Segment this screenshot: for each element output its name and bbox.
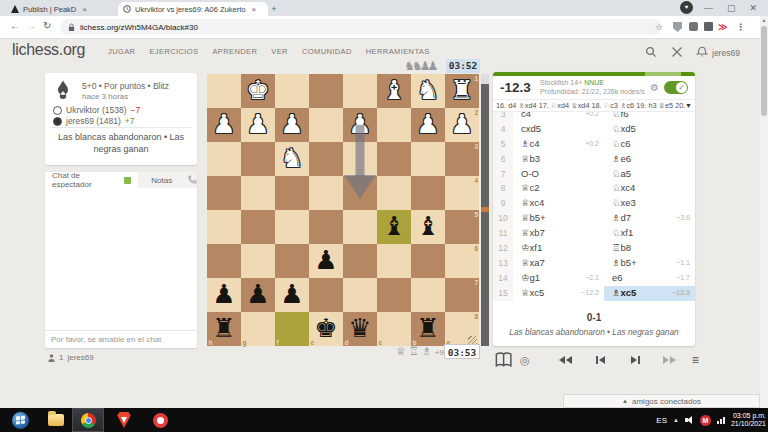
white-pawn-h2: ♟ bbox=[207, 108, 241, 142]
black-queen-d8: ♛ bbox=[343, 312, 377, 346]
window-controls: — ▢ ✕ bbox=[704, 1, 757, 15]
chat-toggle-icon[interactable] bbox=[124, 177, 131, 184]
white-move-10[interactable]: ♕b5+ bbox=[513, 211, 604, 226]
move-number: 9 bbox=[493, 196, 513, 211]
black-move-14[interactable]: e6−1.7 bbox=[604, 271, 695, 286]
close-button[interactable]: ✕ bbox=[750, 3, 758, 13]
network-icon[interactable] bbox=[717, 417, 725, 424]
file-label: g bbox=[243, 339, 247, 346]
move-number: 5 bbox=[493, 137, 513, 152]
friends-bar[interactable]: ▲ amigos conectados bbox=[563, 394, 760, 408]
square-h5[interactable] bbox=[207, 210, 241, 244]
black-bishop-c5: ♝ bbox=[377, 210, 411, 244]
captured-by-white: ♞♞ ♟♟ bbox=[404, 59, 435, 73]
square-d4[interactable] bbox=[343, 176, 377, 210]
square-b8[interactable]: ♜b bbox=[411, 312, 445, 346]
white-move-3[interactable]: c4+0.2 bbox=[513, 112, 604, 122]
peakd-favicon bbox=[11, 5, 19, 13]
square-b5[interactable]: ♝ bbox=[411, 210, 445, 244]
white-knight-b1: ♞ bbox=[411, 74, 445, 108]
scroll-up-icon[interactable]: ▲ bbox=[760, 16, 768, 25]
black-pawn-h7: ♟ bbox=[207, 278, 241, 312]
tab-close-icon[interactable]: × bbox=[251, 5, 256, 14]
move-list: 3c4+0.2♘f64cxd5♘xd55♗c4+0.2♘c66♕b3♗e67O-… bbox=[493, 112, 695, 306]
square-f4[interactable] bbox=[275, 176, 309, 210]
black-move-15[interactable]: ♗xc5−12.3 bbox=[604, 286, 695, 301]
chat-tabs: Chat de espectador Notas bbox=[45, 172, 197, 188]
black-move-13[interactable]: ♗b5+−1.1 bbox=[604, 256, 695, 271]
square-e4[interactable] bbox=[309, 176, 343, 210]
square-e1[interactable] bbox=[309, 74, 343, 108]
tab-close-icon[interactable]: × bbox=[82, 5, 87, 14]
scrollbar[interactable]: ▲ bbox=[760, 16, 768, 408]
move-number: 14 bbox=[493, 271, 513, 286]
nav-item-ejercicios[interactable]: EJERCICIOS bbox=[149, 47, 198, 56]
new-tab-button[interactable]: + bbox=[268, 3, 280, 15]
first-move-button[interactable] bbox=[547, 352, 582, 368]
square-b6[interactable] bbox=[411, 244, 445, 278]
move-number: 13 bbox=[493, 256, 513, 271]
move-row-13: 13♕xa7♗b5+−1.1 bbox=[493, 256, 695, 271]
square-c5[interactable]: ♝ bbox=[377, 210, 411, 244]
square-b2[interactable]: ♟ bbox=[411, 108, 445, 142]
square-d5[interactable] bbox=[343, 210, 377, 244]
square-h8[interactable]: ♜h bbox=[207, 312, 241, 346]
square-e6[interactable]: ♟ bbox=[309, 244, 343, 278]
square-c4[interactable] bbox=[377, 176, 411, 210]
taskbar-explorer-icon[interactable] bbox=[40, 408, 72, 432]
start-button[interactable] bbox=[4, 408, 36, 432]
url-bar[interactable]: lichess.org/zWh5M4GA/black#30 bbox=[60, 19, 661, 35]
square-a5[interactable]: 5 bbox=[445, 210, 479, 244]
hidden-icons-chevron[interactable]: ▲ bbox=[673, 417, 679, 423]
browser-tab-lichess[interactable]: Ukrviktor vs jeres69: A06 Zukerto × bbox=[118, 2, 268, 16]
black-move-10[interactable]: ♗d7−3.6 bbox=[604, 211, 695, 226]
rank-label: 5 bbox=[474, 211, 478, 218]
white-pawn-b2: ♟ bbox=[411, 108, 445, 142]
move-row-6: 6♕b3♗e6 bbox=[493, 152, 695, 167]
nav-item-ver[interactable]: VER bbox=[271, 47, 288, 56]
black-king-e8: ♚ bbox=[309, 312, 343, 346]
black-move-11[interactable]: ♘xf1 bbox=[604, 226, 695, 241]
square-h7[interactable]: ♟ bbox=[207, 278, 241, 312]
square-g6[interactable] bbox=[241, 244, 275, 278]
book-icon[interactable] bbox=[493, 352, 514, 368]
windows-logo-icon bbox=[16, 416, 25, 425]
taskbar-opera-icon[interactable] bbox=[144, 408, 176, 432]
white-move-7[interactable]: O-O bbox=[513, 167, 604, 182]
move-number: 4 bbox=[493, 122, 513, 137]
black-move-9[interactable]: ♘xe3 bbox=[604, 196, 695, 211]
game-date: hace 3 horas bbox=[82, 92, 128, 101]
square-a1[interactable]: ♜1 bbox=[445, 74, 479, 108]
black-player-name: jeres69 (1481) bbox=[66, 116, 121, 126]
move-row-4: 4cxd5♘xd5 bbox=[493, 122, 695, 137]
taskbar-brave-icon[interactable] bbox=[108, 408, 140, 432]
black-disc-icon bbox=[53, 117, 62, 126]
browser-menu-icon[interactable]: ⋮ bbox=[736, 22, 745, 32]
browser-addressbar: ← → ↻ lichess.org/zWh5M4GA/black#30 ☆ ≫ … bbox=[0, 16, 768, 39]
white-disc-icon bbox=[53, 106, 62, 115]
square-g4[interactable] bbox=[241, 176, 275, 210]
square-a2[interactable]: ♟2 bbox=[445, 108, 479, 142]
spectator-list[interactable]: 1 jeres69 bbox=[48, 353, 94, 362]
square-d1[interactable] bbox=[343, 74, 377, 108]
move-row-11: 11♕xb7♘xf1 bbox=[493, 226, 695, 241]
white-bishop-c1: ♝ bbox=[377, 74, 411, 108]
rank-label: 8 bbox=[474, 313, 478, 320]
chat-messages bbox=[45, 188, 197, 330]
square-a3[interactable]: 3 bbox=[445, 142, 479, 176]
black-pawn-f7: ♟ bbox=[275, 278, 309, 312]
black-move-12[interactable]: ♖b8 bbox=[604, 241, 695, 256]
lichess-logo[interactable]: lichess.org bbox=[12, 41, 85, 59]
black-pawn-e6: ♟ bbox=[309, 244, 343, 278]
result-block: 0-1 Las blancas abandonaron • Las negras… bbox=[493, 306, 695, 337]
move-row-15: 15♕xc5−12.2♗xc5−12.3 bbox=[493, 286, 695, 301]
back-icon[interactable]: ← bbox=[10, 20, 20, 31]
square-e8[interactable]: ♚e bbox=[309, 312, 343, 346]
lichess-clock-favicon bbox=[123, 5, 131, 13]
browser-tabstrip: Publish | PeakD × Ukrviktor vs jeres69: … bbox=[0, 0, 768, 16]
white-move-13[interactable]: ♕xa7 bbox=[513, 256, 604, 271]
replay-controls: ◎ ≡ bbox=[493, 352, 705, 368]
lock-icon bbox=[68, 23, 75, 32]
move-row-8: 8♕c2♘xc4 bbox=[493, 181, 695, 196]
chat-input[interactable]: Por favor, sé amable en el chat bbox=[45, 330, 197, 348]
square-h4[interactable] bbox=[207, 176, 241, 210]
chat-placeholder: Por favor, sé amable en el chat bbox=[51, 335, 161, 344]
square-c3[interactable] bbox=[377, 142, 411, 176]
rank-label: 7 bbox=[474, 279, 478, 286]
white-rating-change: −7 bbox=[130, 105, 140, 115]
square-e3[interactable] bbox=[309, 142, 343, 176]
white-move-8[interactable]: ♕c2 bbox=[513, 181, 604, 196]
person-icon bbox=[48, 354, 55, 362]
black-move-7[interactable]: ♘a5 bbox=[604, 167, 695, 182]
engine-name: Stockfish 14+ NNUE bbox=[540, 79, 604, 86]
minimize-button[interactable]: — bbox=[704, 3, 713, 13]
move-row-5: 5♗c4+0.2♘c6 bbox=[493, 137, 695, 152]
eval-gauge bbox=[481, 74, 489, 346]
move-number: 10 bbox=[493, 211, 513, 226]
square-a4[interactable]: 4 bbox=[445, 176, 479, 210]
refresh-icon[interactable]: ↻ bbox=[43, 20, 51, 31]
url-text: lichess.org/zWh5M4GA/black#30 bbox=[80, 23, 198, 32]
move-row-12: 12♔xf1♖b8 bbox=[493, 241, 695, 256]
square-g7[interactable]: ♟ bbox=[241, 278, 275, 312]
tab-notes[interactable]: Notas bbox=[144, 172, 179, 188]
square-f8[interactable]: f bbox=[275, 312, 309, 346]
puzzle-extensions-icon[interactable] bbox=[704, 22, 713, 31]
browser-profile-avatar[interactable]: ♥ bbox=[680, 1, 693, 14]
nav-item-herramientas[interactable]: HERRAMIENTAS bbox=[366, 47, 430, 56]
result-score: 0-1 bbox=[493, 312, 695, 323]
black-move-8[interactable]: ♘xc4 bbox=[604, 181, 695, 196]
divider bbox=[50, 127, 192, 128]
square-a6[interactable]: 6 bbox=[445, 244, 479, 278]
tab-title: Ukrviktor vs jeres69: A06 Zukerto bbox=[135, 5, 245, 14]
forward-icon[interactable]: → bbox=[26, 20, 36, 31]
square-g3[interactable] bbox=[241, 142, 275, 176]
game-status-text: Las blancas abandonaron • Las negras gan… bbox=[50, 132, 192, 155]
black-move-5[interactable]: ♘c6 bbox=[604, 137, 695, 152]
black-pawn-g7: ♟ bbox=[241, 278, 275, 312]
white-move-14[interactable]: ♔g1−2.1 bbox=[513, 271, 604, 286]
black-bishop-b5: ♝ bbox=[411, 210, 445, 244]
bookmark-star-icon[interactable]: ☆ bbox=[655, 22, 663, 32]
tab-title: Publish | PeakD bbox=[23, 5, 76, 14]
move-row-7: 7O-O♘a5 bbox=[493, 167, 695, 182]
square-c8[interactable]: c bbox=[377, 312, 411, 346]
eval-score: -12.3 bbox=[500, 80, 531, 95]
scrollbar-thumb[interactable] bbox=[761, 26, 767, 116]
square-d8[interactable]: ♛d bbox=[343, 312, 377, 346]
white-move-6[interactable]: ♕b3 bbox=[513, 152, 604, 167]
black-rook-h8: ♜ bbox=[207, 312, 241, 346]
clock-date[interactable]: 03:05 p.m.21/10/2021 bbox=[731, 412, 766, 428]
file-label: d bbox=[345, 339, 349, 346]
square-d6[interactable] bbox=[343, 244, 377, 278]
move-number: 12 bbox=[493, 241, 513, 256]
next-move-button[interactable] bbox=[618, 352, 653, 368]
move-row-14: 14♔g1−2.1e6−1.7 bbox=[493, 271, 695, 286]
maximize-button[interactable]: ▢ bbox=[727, 3, 736, 13]
square-g5[interactable] bbox=[241, 210, 275, 244]
search-icon[interactable] bbox=[645, 46, 657, 58]
square-g2[interactable]: ♟ bbox=[241, 108, 275, 142]
prev-move-button[interactable] bbox=[583, 352, 618, 368]
square-g8[interactable]: g bbox=[241, 312, 275, 346]
captured-by-black: ♕ ♖ ♗ +9 bbox=[396, 345, 444, 358]
square-e5[interactable] bbox=[309, 210, 343, 244]
black-move-3[interactable]: ♘f6 bbox=[604, 112, 695, 122]
white-knight-f3: ♞ bbox=[275, 142, 309, 176]
rank-label: 1 bbox=[474, 75, 478, 82]
square-f7[interactable]: ♟ bbox=[275, 278, 309, 312]
white-pawn-f2: ♟ bbox=[275, 108, 309, 142]
white-pawn-a2: ♟ bbox=[445, 108, 479, 142]
nav-item-comunidad[interactable]: COMUNIDAD bbox=[302, 47, 352, 56]
white-move-9[interactable]: ♕xc4 bbox=[513, 196, 604, 211]
blitz-flame-icon bbox=[55, 80, 71, 100]
black-clock: 03:53 bbox=[444, 344, 480, 359]
taskbar: ES ▲ M 03:05 p.m.21/10/2021 bbox=[0, 408, 768, 432]
square-c2[interactable] bbox=[377, 108, 411, 142]
taskbar-chrome-icon[interactable] bbox=[72, 408, 104, 432]
toggle-check-icon: ✓ bbox=[676, 82, 687, 93]
square-f1[interactable] bbox=[275, 74, 309, 108]
move-row-9: 9♕xc4♘xe3 bbox=[493, 196, 695, 211]
tray-m-icon[interactable]: M bbox=[700, 415, 711, 426]
pv-collapse-icon[interactable]: ▼ bbox=[685, 102, 692, 109]
engine-depth: Profundidad: 21/22, 226k nodes/s bbox=[540, 88, 645, 95]
white-move-11[interactable]: ♕xb7 bbox=[513, 226, 604, 241]
square-b4[interactable] bbox=[411, 176, 445, 210]
move-number: 15 bbox=[493, 286, 513, 301]
material-advantage: +9 bbox=[435, 348, 444, 357]
extension-icon[interactable] bbox=[689, 22, 698, 31]
white-move-4[interactable]: cxd5 bbox=[513, 122, 604, 137]
rank-label: 2 bbox=[474, 109, 478, 116]
file-label: f bbox=[277, 339, 279, 346]
gear-icon[interactable]: ⚙ bbox=[650, 82, 659, 93]
result-text: Las blancas abandonaron • Las negras gan… bbox=[493, 327, 695, 337]
engine-progress-bar bbox=[493, 72, 695, 76]
gauge-toggle-icon[interactable]: ◎ bbox=[514, 352, 535, 368]
square-h1[interactable] bbox=[207, 74, 241, 108]
rank-label: 3 bbox=[474, 143, 478, 150]
square-f5[interactable] bbox=[275, 210, 309, 244]
square-c6[interactable] bbox=[377, 244, 411, 278]
white-pawn-d2: ♟ bbox=[343, 108, 377, 142]
square-d3[interactable] bbox=[343, 142, 377, 176]
challenge-swords-icon[interactable] bbox=[671, 46, 683, 58]
pv-line[interactable]: 16. d4 ♗xd4 17. ♘xd4 ♕xd4 18. ♘c3 ♗c6 19… bbox=[493, 99, 695, 112]
white-clock: 03:52 bbox=[446, 59, 480, 73]
white-pawn-g2: ♟ bbox=[241, 108, 275, 142]
screen: Publish | PeakD × Ukrviktor vs jeres69: … bbox=[0, 0, 768, 432]
move-number: 8 bbox=[493, 181, 513, 196]
chess-board: ♚♝♞♜1♟♟♟♟♟♟2♞34♝♝5♟6♟♟♟7♜hgf♚e♛dc♜b8a bbox=[207, 74, 479, 346]
black-move-4[interactable]: ♘xd5 bbox=[604, 122, 695, 137]
square-e7[interactable] bbox=[309, 278, 343, 312]
black-player-row[interactable]: jeres69 (1481) +7 bbox=[53, 116, 135, 126]
white-player-name: Ukrviktor (1538) bbox=[66, 105, 126, 115]
nav-item-jugar[interactable]: JUGAR bbox=[108, 47, 135, 56]
white-rook-a1: ♜ bbox=[445, 74, 479, 108]
black-rating-change: +7 bbox=[125, 116, 135, 126]
rank-label: 6 bbox=[474, 245, 478, 252]
rank-label: 4 bbox=[474, 177, 478, 184]
square-b7[interactable] bbox=[411, 278, 445, 312]
time-control: 5+0 • Por puntos • Blitz bbox=[82, 81, 169, 91]
move-number: 6 bbox=[493, 152, 513, 167]
speaker-icon[interactable] bbox=[685, 416, 694, 424]
move-row-3: 3c4+0.2♘f6 bbox=[493, 112, 695, 122]
nav-item-aprender[interactable]: APRENDER bbox=[212, 47, 257, 56]
file-label: c bbox=[379, 339, 383, 346]
move-number: 3 bbox=[493, 112, 513, 122]
square-g1[interactable]: ♚ bbox=[241, 74, 275, 108]
square-f2[interactable]: ♟ bbox=[275, 108, 309, 142]
language-indicator[interactable]: ES bbox=[656, 416, 667, 425]
bell-icon[interactable] bbox=[696, 46, 708, 58]
phone-icon[interactable] bbox=[187, 175, 197, 185]
square-h6[interactable] bbox=[207, 244, 241, 278]
move-number: 11 bbox=[493, 226, 513, 241]
menu-icon[interactable]: ≡ bbox=[686, 352, 705, 368]
header-username[interactable]: jeres69 bbox=[712, 48, 740, 58]
square-b1[interactable]: ♞ bbox=[411, 74, 445, 108]
black-rook-b8: ♜ bbox=[411, 312, 445, 346]
move-row-10: 10♕b5+♗d7−3.6 bbox=[493, 211, 695, 226]
white-player-row[interactable]: Ukrviktor (1538) −7 bbox=[53, 105, 140, 115]
white-move-5[interactable]: ♗c4+0.2 bbox=[513, 137, 604, 152]
square-d2[interactable]: ♟ bbox=[343, 108, 377, 142]
square-f3[interactable]: ♞ bbox=[275, 142, 309, 176]
move-number: 7 bbox=[493, 167, 513, 182]
chevron-up-icon: ▲ bbox=[622, 398, 628, 404]
white-king-g1: ♚ bbox=[241, 74, 275, 108]
square-c1[interactable]: ♝ bbox=[377, 74, 411, 108]
square-h2[interactable]: ♟ bbox=[207, 108, 241, 142]
browser-tab-peakd[interactable]: Publish | PeakD × bbox=[6, 2, 124, 16]
white-move-15[interactable]: ♕xc5−12.2 bbox=[513, 286, 604, 301]
square-b3[interactable] bbox=[411, 142, 445, 176]
engine-toggle[interactable]: ✓ bbox=[664, 81, 688, 94]
square-a7[interactable]: 7 bbox=[445, 278, 479, 312]
file-label: h bbox=[209, 339, 213, 346]
square-f6[interactable] bbox=[275, 244, 309, 278]
square-e2[interactable] bbox=[309, 108, 343, 142]
hive-extension-icon[interactable]: ≫ bbox=[718, 22, 726, 32]
square-d7[interactable] bbox=[343, 278, 377, 312]
last-move-button[interactable] bbox=[654, 352, 686, 368]
tab-spectator-chat[interactable]: Chat de espectador bbox=[45, 172, 138, 188]
shield-extension-icon[interactable] bbox=[673, 22, 682, 32]
file-label: e bbox=[311, 339, 315, 346]
square-c7[interactable] bbox=[377, 278, 411, 312]
lichess-nav: JUGAREJERCICIOSAPRENDERVERCOMUNIDADHERRA… bbox=[108, 47, 430, 56]
system-tray: ES ▲ M 03:05 p.m.21/10/2021 bbox=[656, 408, 766, 432]
white-move-12[interactable]: ♔xf1 bbox=[513, 241, 604, 256]
square-h3[interactable] bbox=[207, 142, 241, 176]
black-move-6[interactable]: ♗e6 bbox=[604, 152, 695, 167]
